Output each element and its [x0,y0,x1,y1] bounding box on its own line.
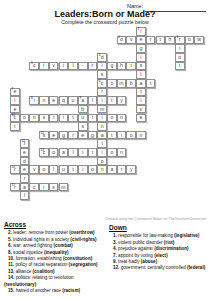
grid-cell-r1c18[interactable]: o [185,36,195,45]
grid-cell-r1c19[interactable]: w [194,36,204,45]
cell-number: 11 [41,132,44,135]
clue-answer: (coalition) [33,269,55,274]
cell-letter: i [63,63,64,68]
cell-letter: d [23,159,26,164]
cell-letter: c [101,81,104,86]
clue-text: war: armed fighting [13,243,53,248]
cell-letter: n [42,98,45,103]
grid-cell-r4c6[interactable]: l [68,62,78,71]
cell-letter: l [14,98,15,103]
cell-number: 9 [79,97,81,100]
grid-cell-r1c14[interactable]: r [146,36,156,45]
cell-letter: e [139,115,142,120]
grid-cell-r9c9[interactable]: m [97,105,107,114]
grid-cell-r10c11[interactable]: n [117,114,127,123]
clue-answer: (combat) [53,243,72,248]
cell-letter: n [33,115,36,120]
cell-letter: g [91,133,94,138]
grid-cell-r14c8[interactable]: t [88,148,98,157]
cell-letter: m [61,185,65,190]
cell-letter: n [101,167,104,172]
clue-answer: (inequality) [44,250,69,255]
grid-cell-r16c8[interactable]: o [88,165,98,174]
grid-cell-r1c15[interactable]: t [156,36,166,45]
cell-letter: e [81,133,84,138]
cell-number: 10 [12,114,15,117]
grid-cell-r10c10[interactable]: o [107,114,117,123]
cell-letter: u [81,115,84,120]
cell-letter: v [140,107,143,112]
cell-letter: a [101,133,104,138]
grid-cell-r10c6[interactable]: t [68,114,78,123]
cell-letter: l [140,29,141,34]
cell-letter: i [102,63,103,68]
cell-letter: e [52,98,55,103]
grid-cell-r18c0[interactable]: 15r [10,183,20,192]
grid-cell-r15c9[interactable]: o [97,157,107,166]
clue-text: social injustice [13,250,44,255]
grid-cell-r14c9[interactable]: i [97,148,107,157]
cell-number: 1 [138,28,140,31]
clue-answer: (abuse) [141,259,157,264]
clue-number: 15. [8,288,16,293]
grid-cell-r12c3[interactable]: 11s [39,131,49,140]
grid-cell-r7c9[interactable]: r [97,88,107,97]
cell-letter: - [82,63,84,68]
cell-letter: i [43,185,44,190]
page-subtitle: Complete the crossword puzzle below [0,19,210,25]
cell-letter: v [52,63,55,68]
grid-cell-r2c13[interactable]: g [136,44,146,53]
cell-letter: s [52,185,55,190]
grid-cell-r14c10[interactable]: o [107,148,117,157]
grid-cell-r10c9[interactable]: i [97,114,107,123]
cell-letter: v [130,37,133,42]
cell-letter: t [179,63,180,68]
grid-cell-r11c9[interactable]: n [97,122,107,131]
grid-cell-r8c2[interactable]: 8i [29,96,39,105]
grid-cell-r15c1[interactable]: d [20,157,30,166]
cell-letter: h [120,63,123,68]
down-heading: Down [109,225,208,231]
cell-number: 8 [31,97,33,100]
cell-letter: e [13,89,16,94]
across-heading: Across [4,222,107,228]
cell-number: 3 [176,36,178,39]
grid-cell-r13c9[interactable]: t [97,139,107,148]
clue-text: appoint by voting [118,253,154,258]
clue-answer: (discrimination) [154,246,188,251]
clue-answer: (federal) [187,265,205,270]
cell-letter: l [72,150,73,155]
clue-text: violent public disorder [118,240,164,245]
grid-cell-r8c8[interactable]: l [88,96,98,105]
grid-cell-r8c4[interactable]: e [49,96,59,105]
cell-number: 12 [21,140,24,143]
cell-letter: e [23,167,26,172]
clue-text: formation, establishing [16,256,63,261]
grid-cell-r10c8[interactable]: t [88,114,98,123]
cell-number: 6 [99,80,101,83]
grid-cell-r12c12[interactable]: o [126,131,136,140]
grid-cell-r6c11[interactable]: m [117,79,127,88]
across-section: Across 2. leader: remove from power (ove… [4,222,107,294]
cell-letter: o [120,37,123,42]
cell-letter: t [72,115,73,120]
cell-letter: t [111,98,112,103]
grid-cell-r2c17[interactable]: i [175,44,185,53]
grid-cell-r6c12[interactable]: b [126,79,136,88]
clue-text: alliance [16,269,33,274]
cell-letter: h [169,37,172,42]
cell-letter: i [102,98,103,103]
grid-cell-r5c9[interactable]: s [97,70,107,79]
clue-number: 14. [8,275,16,280]
cell-letter: o [91,167,94,172]
grid-cell-r12c6[interactable]: r [68,131,78,140]
grid-cell-r8c13[interactable]: i [136,96,146,105]
cell-number: 2 [118,36,120,39]
cell-letter: o [42,167,45,172]
clue-answer: (racism) [62,288,80,293]
cell-letter: o [188,37,191,42]
grid-cell-r6c14[interactable]: t [146,79,156,88]
cell-letter: o [52,150,55,155]
grid-cell-r0c13[interactable]: 1l [136,27,146,36]
cell-letter: y [130,167,133,172]
grid-cell-r4c10[interactable]: g [107,62,117,71]
cell-letter: t [111,133,112,138]
cell-letter: t [160,37,161,42]
grid-cell-r12c5[interactable]: g [59,131,69,140]
cell-letter: r [121,167,123,172]
cell-letter: u [72,98,75,103]
grid-cell-r16c1[interactable]: e [20,165,30,174]
cell-letter: i [140,98,141,103]
cell-number: 15 [12,184,15,187]
cell-letter: a [62,150,65,155]
cell-letter: w [197,37,201,42]
cell-letter: i [82,150,83,155]
cell-letter: q [62,98,65,103]
grid-cell-r14c11[interactable]: n [117,148,127,157]
grid-cell-r12c4[interactable]: e [49,131,59,140]
crossword-grid: 1l2overth3rowgi4dio5civil-rightstsl6comb… [10,27,204,200]
cell-letter: a [139,81,142,86]
grid-cell-r16c10[interactable]: a [107,165,117,174]
grid-cell-r4c2[interactable]: 5c [29,62,39,71]
clue-text: policy of racial separation [15,262,68,267]
grid-cell-r14c1[interactable]: e [20,148,30,157]
down-section: Down 1. responsible for law-making (legi… [109,225,208,272]
cell-letter: t [92,150,93,155]
grid-cell-r16c5[interactable]: u [59,165,69,174]
cell-letter: g [62,133,65,138]
cell-letter: i [179,46,180,51]
grid-cell-r12c13[interactable]: n [136,131,146,140]
cell-letter: r [101,89,103,94]
grid-cell-r10c1[interactable]: o [20,114,30,123]
grid-cell-r12c10[interactable]: t [107,131,117,140]
clue-answer: (segregation) [69,262,98,267]
cell-letter: i [102,115,103,120]
cell-letter: o [130,133,133,138]
grid-cell-r9c7[interactable]: b [78,105,88,114]
grid-cell-r7c13[interactable]: t [136,88,146,97]
clue-answer: (legislative) [174,233,199,238]
grid-cell-r18c4[interactable]: s [49,183,59,192]
grid-cell-r18c1[interactable]: a [20,183,30,192]
grid-cell-r19c1[interactable]: l [20,191,30,200]
clue-answer: (overthrow) [69,230,94,235]
cell-letter: g [139,46,142,51]
grid-cell-r10c4[interactable]: t [49,114,59,123]
grid-cell-r14c3[interactable]: 13c [39,148,49,157]
grid-cell-r8c5[interactable]: q [59,96,69,105]
grid-cell-r12c7[interactable]: e [78,131,88,140]
cell-letter: s [140,63,143,68]
grid-cell-r16c3[interactable]: o [39,165,49,174]
clue-answer: (riot) [164,240,174,245]
cell-letter: n [120,115,123,120]
grid-cell-r10c3[interactable]: s [39,114,49,123]
grid-cell-r14c5[interactable]: a [59,148,69,157]
grid-cell-r3c17[interactable]: o [175,53,185,62]
cell-letter: c [33,63,36,68]
worksheet-page: { "game": "crossword", "header": { "name… [0,0,210,300]
grid-cell-r1c12[interactable]: v [126,36,136,45]
cell-letter: o [110,81,113,86]
grid-cell-r16c2[interactable]: v [29,165,39,174]
cell-letter: t [131,63,132,68]
cell-letter: b [130,81,133,86]
credit-text: Created using the Crossword Maker on The… [105,217,206,221]
grid-cell-r10c13[interactable]: e [136,114,146,123]
cell-letter: t [92,115,93,120]
grid-cell-r12c11[interactable]: i [117,131,127,140]
cell-letter: t [53,115,54,120]
grid-cell-r4c9[interactable]: i [97,62,107,71]
cell-letter: m [100,107,104,112]
cell-letter: i [140,55,141,60]
cell-letter: b [81,107,84,112]
grid-cell-r14c6[interactable]: l [68,148,78,157]
cell-letter: y [120,98,123,103]
page-title: Leaders:Born or Made? [0,9,210,19]
cell-letter: e [13,107,16,112]
cell-letter: l [72,63,73,68]
grid-cell-r16c11[interactable]: r [117,165,127,174]
cell-letter: r [150,37,152,42]
grid-cell-r3c9[interactable]: 4d [97,53,107,62]
cell-letter: i [63,115,64,120]
grid-cell-r17c1[interactable]: r [20,174,30,183]
cell-letter: t [14,124,15,129]
cell-letter: u [62,167,65,172]
clue-item: 15. hatred of another race (racism) [4,288,107,294]
cell-letter: n [120,150,123,155]
grid-cell-r1c13[interactable]: e [136,36,146,45]
cell-letter: r [24,176,26,181]
grid-cell-r1c16[interactable]: h [165,36,175,45]
grid-cell-r18c2[interactable]: c [29,183,39,192]
grid-cell-r16c4[interactable]: l [49,165,59,174]
grid-cell-r6c10[interactable]: o [107,79,117,88]
cell-letter: n [101,124,104,129]
cell-letter: r [179,37,181,42]
cell-letter: t [140,89,141,94]
cell-letter: l [53,167,54,172]
grid-cell-r12c8[interactable]: g [88,131,98,140]
cell-letter: d [101,55,104,60]
grid-cell-r18c5[interactable]: m [59,183,69,192]
grid-cell-r8c3[interactable]: n [39,96,49,105]
grid-cell-r8c7[interactable]: 9a [78,96,88,105]
grid-cell-r8c10[interactable]: t [107,96,117,105]
grid-cell-r6c9[interactable]: 6c [97,79,107,88]
cell-letter: e [23,150,26,155]
grid-cell-r14c7[interactable]: i [78,148,88,157]
grid-cell-r4c5[interactable]: i [59,62,69,71]
cell-letter: o [23,115,26,120]
clue-text: hatred of another race [16,288,62,293]
cell-letter: r [92,63,94,68]
cell-letter: o [110,150,113,155]
cell-letter: o [178,55,181,60]
cell-number: 5 [31,62,33,65]
clue-answer: (civil-rights) [70,237,96,242]
grid-cell-r4c12[interactable]: t [126,62,136,71]
clue-text: treat badly [118,259,141,264]
grid-cell-r1c17[interactable]: 3r [175,36,185,45]
cell-letter: t [150,81,151,86]
grid-cell-r8c0[interactable]: l [10,96,20,105]
cell-letter: i [34,98,35,103]
grid-cell-r16c12[interactable]: y [126,165,136,174]
grid-cell-r1c11[interactable]: 2o [117,36,127,45]
grid-cell-r12c9[interactable]: a [97,131,107,140]
cell-letter: e [52,133,55,138]
grid-cell-r16c9[interactable]: n [97,165,107,174]
grid-cell-r8c6[interactable]: u [68,96,78,105]
cell-number: 14 [12,166,15,169]
clue-number: 13. [8,269,16,274]
cell-letter: l [92,98,93,103]
cell-letter: r [72,133,74,138]
cell-number: 4 [99,54,101,57]
grid-cell-r5c13[interactable]: l [136,70,146,79]
grid-cell-r10c0[interactable]: 10c [10,114,20,123]
clue-text: government: centrally controlled [121,265,187,270]
cell-letter: o [101,159,104,164]
cell-letter: i [102,150,103,155]
cell-letter: c [33,185,36,190]
grid-cell-r14c4[interactable]: o [49,148,59,157]
grid-cell-r11c0[interactable]: t [10,122,20,131]
cell-letter: l [24,193,25,198]
grid-cell-r7c0[interactable]: 7e [10,88,20,97]
clue-text: leader: remove from power [13,230,69,235]
grid-cell-r4c8[interactable]: r [88,62,98,71]
clue-number: 10. [8,256,16,261]
clue-text: individual rights in a society [13,237,70,242]
clue-answer: (elect) [154,253,168,258]
grid-cell-r4c3[interactable]: i [39,62,49,71]
cell-letter: t [72,167,73,172]
down-clue-list: 1. responsible for law-making (legislati… [109,233,208,271]
grid-cell-r16c0[interactable]: 14r [10,165,20,174]
cell-letter: m [119,81,123,86]
grid-cell-r6c13[interactable]: a [136,79,146,88]
clue-item: 12. government: centrally controlled (fe… [109,265,208,271]
grid-cell-r16c6[interactable]: t [68,165,78,174]
grid-cell-r3c13[interactable]: i [136,53,146,62]
cell-letter: e [139,37,142,42]
cell-letter: s [101,72,104,77]
clue-answer: (constitution) [63,256,92,261]
cell-number: 13 [41,149,44,152]
cell-letter: a [110,167,113,172]
cell-letter: v [33,167,36,172]
clue-answer: (revolutionary) [4,282,36,287]
grid-cell-r9c0[interactable]: e [10,105,20,114]
grid-cell-r8c9[interactable]: i [97,96,107,105]
cell-letter: s [81,124,84,129]
grid-cell-r8c11[interactable]: y [117,96,127,105]
clue-text: politics: relating to revolution [16,275,74,280]
cell-number: 7 [12,88,14,91]
grid-cell-r16c7[interactable]: i [78,165,88,174]
cell-letter: l [140,72,141,77]
cell-letter: o [110,115,113,120]
cell-letter: t [101,141,102,146]
grid-cell-r4c17[interactable]: t [175,62,185,71]
clue-number: 12. [113,265,121,270]
grid-cell-r9c13[interactable]: v [136,105,146,114]
grid-cell-r10c2[interactable]: n [29,114,39,123]
cell-letter: g [110,63,113,68]
cell-letter: a [23,185,26,190]
grid-cell-r10c5[interactable]: i [59,114,69,123]
grid-cell-r4c11[interactable]: h [117,62,127,71]
grid-cell-r4c13[interactable]: s [136,62,146,71]
cell-letter: s [43,115,46,120]
grid-cell-r11c7[interactable]: s [78,122,88,131]
cell-letter: n [139,133,142,138]
cell-letter: i [43,63,44,68]
grid-cell-r13c1[interactable]: 12f [20,139,30,148]
grid-cell-r4c4[interactable]: v [49,62,59,71]
cell-letter: i [82,167,83,172]
clue-text: responsible for law-making [118,233,174,238]
grid-cell-r4c7[interactable]: - [78,62,88,71]
across-clue-list: 2. leader: remove from power (overthrow)… [4,230,107,294]
grid-cell-r18c3[interactable]: i [39,183,49,192]
clue-text: prejudice against [118,246,154,251]
grid-cell-r10c7[interactable]: u [78,114,88,123]
cell-letter: a [81,98,84,103]
clue-item: 14. politics: relating to revolution (re… [4,275,107,288]
cell-letter: i [121,133,122,138]
